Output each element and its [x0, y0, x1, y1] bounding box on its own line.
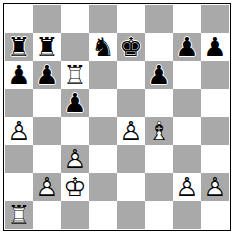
square-e4[interactable]: ♟♙: [117, 117, 145, 145]
square-b6[interactable]: ♟: [33, 61, 61, 89]
square-h1[interactable]: [201, 201, 229, 229]
white-rook-fill: ♜: [61, 61, 89, 89]
piece-white-pawn-h2[interactable]: ♙: [201, 173, 229, 201]
square-b1[interactable]: [33, 201, 61, 229]
square-e6[interactable]: [117, 61, 145, 89]
piece-white-pawn-c3[interactable]: ♙: [61, 145, 89, 173]
square-f7[interactable]: [145, 33, 173, 61]
square-b8[interactable]: [33, 5, 61, 33]
piece-black-pawn-h7[interactable]: ♟: [201, 33, 229, 61]
square-a5[interactable]: [5, 89, 33, 117]
white-pawn-fill: ♟: [5, 117, 33, 145]
square-f6[interactable]: ♟: [145, 61, 173, 89]
square-g5[interactable]: [173, 89, 201, 117]
square-h5[interactable]: [201, 89, 229, 117]
piece-black-rook-a7[interactable]: ♜: [5, 33, 33, 61]
square-a1[interactable]: ♜♖: [5, 201, 33, 229]
square-b3[interactable]: [33, 145, 61, 173]
white-bishop-fill: ♝: [145, 117, 173, 145]
square-c3[interactable]: ♟♙: [61, 145, 89, 173]
square-h6[interactable]: [201, 61, 229, 89]
piece-black-pawn-a6[interactable]: ♟: [5, 61, 33, 89]
piece-black-pawn-g7[interactable]: ♟: [173, 33, 201, 61]
square-c6[interactable]: ♜♖: [61, 61, 89, 89]
square-c7[interactable]: [61, 33, 89, 61]
square-d7[interactable]: ♞: [89, 33, 117, 61]
square-c1[interactable]: [61, 201, 89, 229]
piece-white-pawn-g2[interactable]: ♙: [173, 173, 201, 201]
square-e1[interactable]: [117, 201, 145, 229]
square-c4[interactable]: [61, 117, 89, 145]
square-e8[interactable]: [117, 5, 145, 33]
piece-black-knight-d7[interactable]: ♞: [89, 33, 117, 61]
white-king-fill: ♚: [61, 173, 89, 201]
white-pawn-fill: ♟: [201, 173, 229, 201]
square-f3[interactable]: [145, 145, 173, 173]
piece-black-king-e7[interactable]: ♚: [117, 33, 145, 61]
piece-white-rook-c6[interactable]: ♖: [61, 61, 89, 89]
square-a2[interactable]: [5, 173, 33, 201]
square-d2[interactable]: [89, 173, 117, 201]
board-frame: ♜♜♞♚♟♟♟♟♜♖♟♟♟♙♟♙♝♗♟♙♟♙♚♔♟♙♟♙♜♖: [3, 3, 231, 231]
square-g4[interactable]: [173, 117, 201, 145]
square-f8[interactable]: [145, 5, 173, 33]
piece-white-pawn-b2[interactable]: ♙: [33, 173, 61, 201]
square-f4[interactable]: ♝♗: [145, 117, 173, 145]
square-c8[interactable]: [61, 5, 89, 33]
piece-white-rook-a1[interactable]: ♖: [5, 201, 33, 229]
square-f2[interactable]: [145, 173, 173, 201]
piece-black-rook-b7[interactable]: ♜: [33, 33, 61, 61]
chess-diagram-page: ♜♜♞♚♟♟♟♟♜♖♟♟♟♙♟♙♝♗♟♙♟♙♚♔♟♙♟♙♜♖: [0, 0, 234, 234]
square-c5[interactable]: ♟: [61, 89, 89, 117]
square-a8[interactable]: [5, 5, 33, 33]
white-pawn-fill: ♟: [117, 117, 145, 145]
square-d5[interactable]: [89, 89, 117, 117]
piece-white-king-c2[interactable]: ♔: [61, 173, 89, 201]
square-g6[interactable]: [173, 61, 201, 89]
white-pawn-fill: ♟: [61, 145, 89, 173]
square-a4[interactable]: ♟♙: [5, 117, 33, 145]
square-h2[interactable]: ♟♙: [201, 173, 229, 201]
square-g7[interactable]: ♟: [173, 33, 201, 61]
square-b2[interactable]: ♟♙: [33, 173, 61, 201]
square-b5[interactable]: [33, 89, 61, 117]
square-b7[interactable]: ♜: [33, 33, 61, 61]
square-d3[interactable]: [89, 145, 117, 173]
square-h3[interactable]: [201, 145, 229, 173]
piece-white-pawn-e4[interactable]: ♙: [117, 117, 145, 145]
piece-white-pawn-a4[interactable]: ♙: [5, 117, 33, 145]
square-a3[interactable]: [5, 145, 33, 173]
white-pawn-fill: ♟: [173, 173, 201, 201]
square-d6[interactable]: [89, 61, 117, 89]
piece-black-pawn-b6[interactable]: ♟: [33, 61, 61, 89]
square-a7[interactable]: ♜: [5, 33, 33, 61]
square-d8[interactable]: [89, 5, 117, 33]
square-f5[interactable]: [145, 89, 173, 117]
square-g1[interactable]: [173, 201, 201, 229]
square-g2[interactable]: ♟♙: [173, 173, 201, 201]
square-d1[interactable]: [89, 201, 117, 229]
chess-board: ♜♜♞♚♟♟♟♟♜♖♟♟♟♙♟♙♝♗♟♙♟♙♚♔♟♙♟♙♜♖: [5, 5, 229, 229]
square-h4[interactable]: [201, 117, 229, 145]
square-e2[interactable]: [117, 173, 145, 201]
piece-black-pawn-c5[interactable]: ♟: [61, 89, 89, 117]
square-b4[interactable]: [33, 117, 61, 145]
square-f1[interactable]: [145, 201, 173, 229]
white-pawn-fill: ♟: [33, 173, 61, 201]
square-h8[interactable]: [201, 5, 229, 33]
square-d4[interactable]: [89, 117, 117, 145]
square-c2[interactable]: ♚♔: [61, 173, 89, 201]
square-a6[interactable]: ♟: [5, 61, 33, 89]
piece-white-bishop-f4[interactable]: ♗: [145, 117, 173, 145]
square-g8[interactable]: [173, 5, 201, 33]
square-e5[interactable]: [117, 89, 145, 117]
square-e3[interactable]: [117, 145, 145, 173]
square-e7[interactable]: ♚: [117, 33, 145, 61]
white-rook-fill: ♜: [5, 201, 33, 229]
square-g3[interactable]: [173, 145, 201, 173]
piece-black-pawn-f6[interactable]: ♟: [145, 61, 173, 89]
square-h7[interactable]: ♟: [201, 33, 229, 61]
